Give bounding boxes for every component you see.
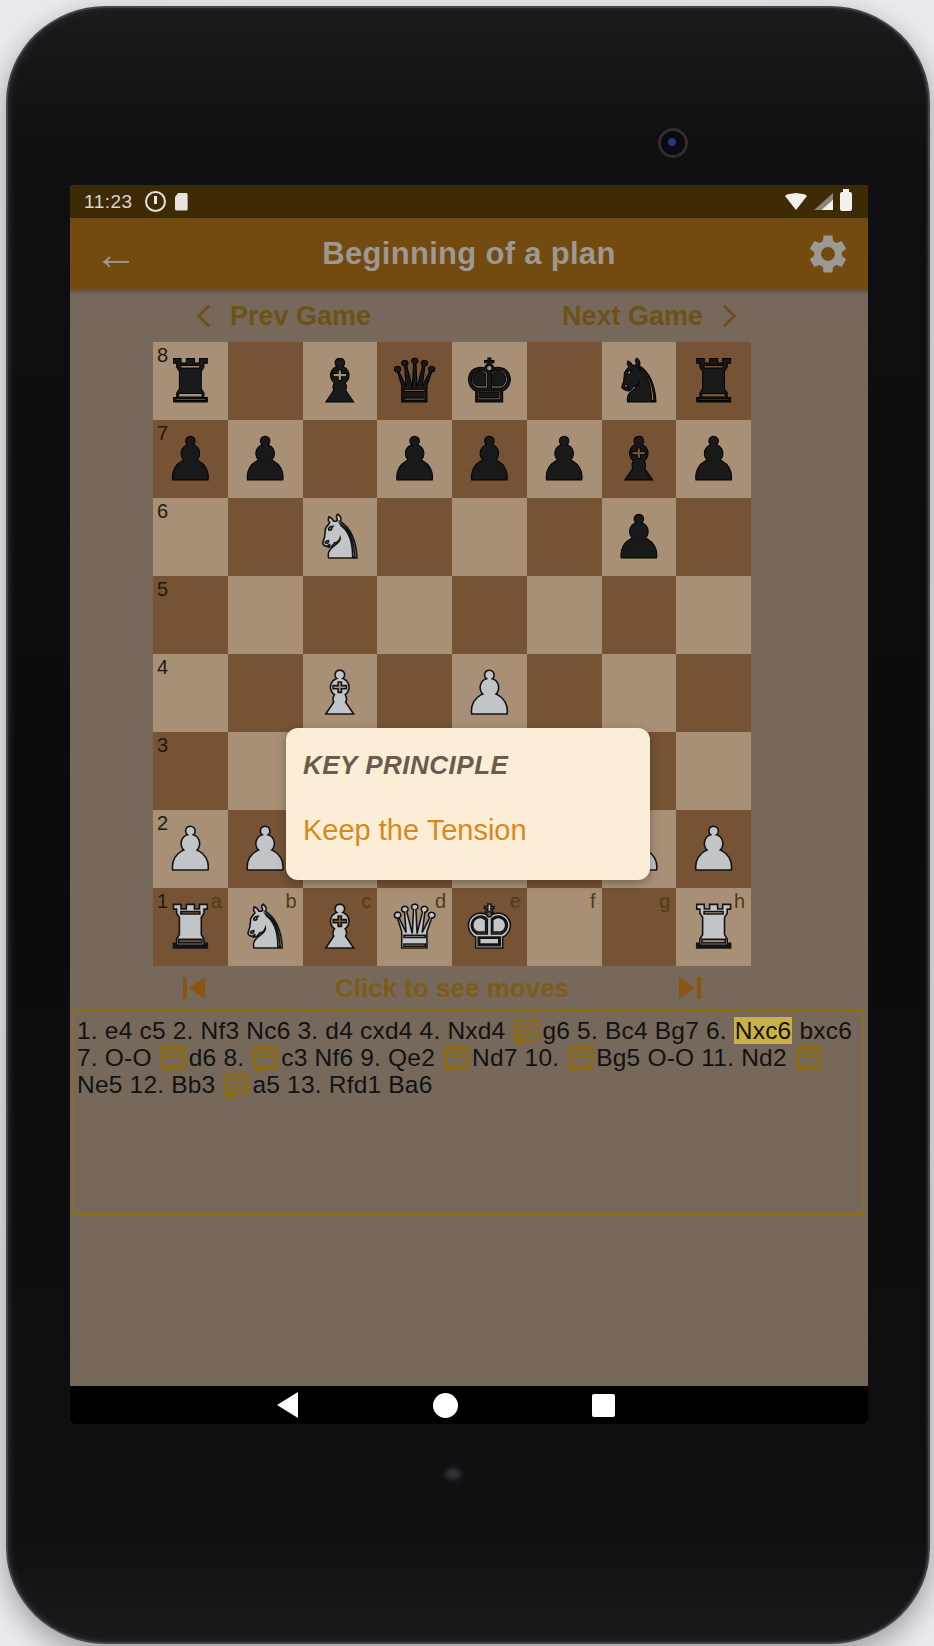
- square-g4[interactable]: [602, 654, 677, 732]
- move-text[interactable]: Bg5 O-O 11. Nd2: [596, 1044, 793, 1071]
- square-h3[interactable]: [676, 732, 751, 810]
- black-bishop: ♝: [602, 420, 677, 498]
- square-h6[interactable]: [676, 498, 751, 576]
- cell-signal-icon: [814, 193, 833, 210]
- square-c8[interactable]: ♝: [303, 342, 378, 420]
- gear-icon: [805, 231, 851, 277]
- white-pawn: ♟: [452, 654, 527, 732]
- move-text[interactable]: d6 8.: [189, 1044, 252, 1071]
- current-move[interactable]: Nxc6: [734, 1017, 793, 1044]
- white-bishop: ♝: [303, 654, 378, 732]
- moves-panel: 1. e4 c5 2. Nf3 Nc6 3. d4 cxd4 4. Nxd4 g…: [72, 1010, 864, 1215]
- black-pawn: ♟: [527, 420, 602, 498]
- skip-end-bar-icon: [697, 977, 701, 999]
- square-e8[interactable]: ♚: [452, 342, 527, 420]
- key-principle-title: KEY PRINCIPLE: [303, 750, 634, 781]
- square-a5[interactable]: 5: [153, 576, 228, 654]
- square-e6[interactable]: [452, 498, 527, 576]
- moves-text[interactable]: 1. e4 c5 2. Nf3 Nc6 3. d4 cxd4 4. Nxd4 g…: [77, 1017, 861, 1098]
- move-text[interactable]: c3 Nf6 9. Qe2: [281, 1044, 442, 1071]
- square-f6[interactable]: [527, 498, 602, 576]
- skip-to-end-button[interactable]: [669, 973, 703, 1003]
- android-nav-bar: [70, 1386, 868, 1424]
- white-queen: ♛: [377, 888, 452, 966]
- square-a2[interactable]: 2♟: [153, 810, 228, 888]
- square-e4[interactable]: ♟: [452, 654, 527, 732]
- settings-button[interactable]: [802, 228, 854, 280]
- prev-game-button[interactable]: Prev Game: [200, 290, 371, 342]
- square-c6[interactable]: ♞: [303, 498, 378, 576]
- square-g8[interactable]: ♞: [602, 342, 677, 420]
- file-label: f: [590, 890, 596, 913]
- move-text[interactable]: g6 5. Bc4 Bg7 6.: [542, 1017, 733, 1044]
- white-knight: ♞: [303, 498, 378, 576]
- square-h1[interactable]: h♜: [676, 888, 751, 966]
- rank-label: 3: [157, 734, 168, 757]
- black-pawn: ♟: [228, 420, 303, 498]
- black-pawn: ♟: [676, 420, 751, 498]
- square-d1[interactable]: d♛: [377, 888, 452, 966]
- black-pawn: ♟: [602, 498, 677, 576]
- square-d8[interactable]: ♛: [377, 342, 452, 420]
- square-f1[interactable]: f: [527, 888, 602, 966]
- black-rook: ♜: [153, 342, 228, 420]
- square-f5[interactable]: [527, 576, 602, 654]
- white-pawn: ♟: [676, 810, 751, 888]
- square-h2[interactable]: ♟: [676, 810, 751, 888]
- black-bishop: ♝: [303, 342, 378, 420]
- nav-recents-button[interactable]: [583, 1386, 623, 1424]
- next-game-label: Next Game: [562, 301, 703, 332]
- comment-icon[interactable]: [444, 1046, 469, 1069]
- black-knight: ♞: [602, 342, 677, 420]
- prev-game-label: Prev Game: [230, 301, 371, 332]
- nav-home-button[interactable]: [425, 1386, 465, 1424]
- white-pawn: ♟: [153, 810, 228, 888]
- square-a4[interactable]: 4: [153, 654, 228, 732]
- square-h8[interactable]: ♜: [676, 342, 751, 420]
- file-label: g: [659, 890, 670, 913]
- square-c7[interactable]: [303, 420, 378, 498]
- square-a7[interactable]: 7♟: [153, 420, 228, 498]
- key-principle-text: Keep the Tension: [303, 814, 634, 847]
- sd-card-icon: [175, 193, 188, 211]
- move-text[interactable]: 1. e4 c5 2. Nf3 Nc6 3. d4 cxd4 4. Nxd4: [77, 1017, 512, 1044]
- comment-icon[interactable]: [253, 1046, 278, 1069]
- square-b6[interactable]: [228, 498, 303, 576]
- camera-lens-icon: [668, 138, 676, 146]
- skip-end-triangle-icon: [679, 977, 695, 999]
- comment-icon[interactable]: [514, 1019, 539, 1042]
- square-h7[interactable]: ♟: [676, 420, 751, 498]
- black-queen: ♛: [377, 342, 452, 420]
- nav-back-icon: [277, 1392, 298, 1418]
- white-rook: ♜: [676, 888, 751, 966]
- square-c5[interactable]: [303, 576, 378, 654]
- square-b1[interactable]: b♞: [228, 888, 303, 966]
- front-camera: [658, 128, 688, 158]
- clock: 11:23: [84, 191, 133, 213]
- back-arrow-icon: ←: [94, 232, 138, 276]
- comment-icon[interactable]: [796, 1046, 821, 1069]
- square-d6[interactable]: [377, 498, 452, 576]
- status-bar: 11:23: [70, 185, 868, 218]
- square-c1[interactable]: c♝: [303, 888, 378, 966]
- move-text[interactable]: Ne5 12. Bb3: [77, 1071, 222, 1098]
- square-e5[interactable]: [452, 576, 527, 654]
- square-f7[interactable]: ♟: [527, 420, 602, 498]
- move-text[interactable]: a5 13. Rfd1 Ba6: [252, 1071, 432, 1098]
- moves-nav-row: Click to see moves: [153, 966, 751, 1010]
- comment-icon[interactable]: [161, 1046, 186, 1069]
- comment-icon[interactable]: [224, 1073, 249, 1096]
- chevron-left-icon: [197, 305, 220, 328]
- square-b8[interactable]: [228, 342, 303, 420]
- black-pawn: ♟: [153, 420, 228, 498]
- square-a1[interactable]: 1a♜: [153, 888, 228, 966]
- square-f8[interactable]: [527, 342, 602, 420]
- square-b5[interactable]: [228, 576, 303, 654]
- screen: 11:23 ← Beginning of a plan: [70, 185, 868, 1424]
- square-g5[interactable]: [602, 576, 677, 654]
- square-a8[interactable]: 8♜: [153, 342, 228, 420]
- square-g6[interactable]: ♟: [602, 498, 677, 576]
- black-rook: ♜: [676, 342, 751, 420]
- square-g1[interactable]: g: [602, 888, 677, 966]
- page-title: Beginning of a plan: [70, 236, 868, 272]
- app-bar: ← Beginning of a plan: [70, 218, 868, 290]
- move-text[interactable]: Nd7 10.: [472, 1044, 566, 1071]
- nav-recents-icon: [592, 1394, 615, 1417]
- square-e1[interactable]: e♚: [452, 888, 527, 966]
- square-d7[interactable]: ♟: [377, 420, 452, 498]
- square-h5[interactable]: [676, 576, 751, 654]
- square-b7[interactable]: ♟: [228, 420, 303, 498]
- square-b4[interactable]: [228, 654, 303, 732]
- rank-label: 4: [157, 656, 168, 679]
- square-g7[interactable]: ♝: [602, 420, 677, 498]
- square-d4[interactable]: [377, 654, 452, 732]
- moves-hint[interactable]: Click to see moves: [153, 966, 751, 1010]
- nav-back-button[interactable]: [267, 1386, 307, 1424]
- square-d5[interactable]: [377, 576, 452, 654]
- back-button[interactable]: ←: [90, 228, 142, 280]
- status-right-icons: [785, 185, 852, 218]
- square-c4[interactable]: ♝: [303, 654, 378, 732]
- black-pawn: ♟: [377, 420, 452, 498]
- rank-label: 6: [157, 500, 168, 523]
- square-e7[interactable]: ♟: [452, 420, 527, 498]
- square-h4[interactable]: [676, 654, 751, 732]
- square-f4[interactable]: [527, 654, 602, 732]
- wifi-icon: [785, 193, 807, 210]
- square-a3[interactable]: 3: [153, 732, 228, 810]
- status-left-icons: [145, 191, 188, 212]
- game-nav-row: Prev Game Next Game: [70, 290, 868, 342]
- white-rook: ♜: [153, 888, 228, 966]
- battery-icon: [840, 192, 852, 211]
- rank-label: 5: [157, 578, 168, 601]
- comment-icon[interactable]: [568, 1046, 593, 1069]
- chevron-right-icon: [714, 305, 737, 328]
- bezel-divot: [445, 1468, 461, 1480]
- key-principle-dialog[interactable]: KEY PRINCIPLE Keep the Tension: [286, 728, 650, 880]
- white-bishop: ♝: [303, 888, 378, 966]
- next-game-button[interactable]: Next Game: [562, 290, 733, 342]
- notification-circle-icon: [145, 191, 166, 212]
- black-pawn: ♟: [452, 420, 527, 498]
- square-a6[interactable]: 6: [153, 498, 228, 576]
- page: 11:23 ← Beginning of a plan: [0, 0, 934, 1646]
- white-knight: ♞: [228, 888, 303, 966]
- black-king: ♚: [452, 342, 527, 420]
- white-king: ♚: [452, 888, 527, 966]
- nav-home-icon: [433, 1393, 458, 1418]
